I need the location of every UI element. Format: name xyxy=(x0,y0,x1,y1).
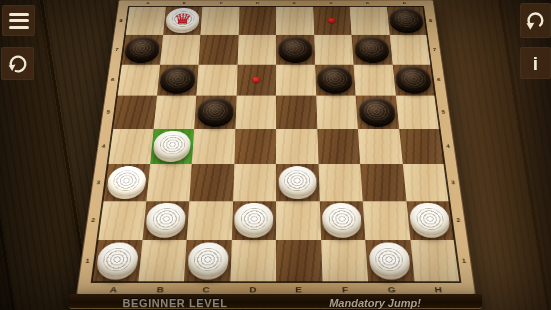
undo-button[interactable] xyxy=(520,3,551,38)
level-label: BEGINNER LEVEL xyxy=(123,297,228,309)
checkers-app: ABCDEFGH8♛877665544332211ABCDEFGH BEGINN… xyxy=(0,0,551,310)
info-button[interactable]: i xyxy=(520,47,551,79)
rotate-ccw-icon xyxy=(7,53,29,75)
vignette-overlay xyxy=(0,0,551,310)
undo-arrow-icon xyxy=(524,9,547,32)
restart-button[interactable] xyxy=(1,47,34,80)
status-message: Mandatory Jump! xyxy=(329,297,421,309)
hamburger-icon xyxy=(9,13,29,29)
menu-button[interactable] xyxy=(2,5,35,36)
letter-i-icon: i xyxy=(533,54,538,73)
